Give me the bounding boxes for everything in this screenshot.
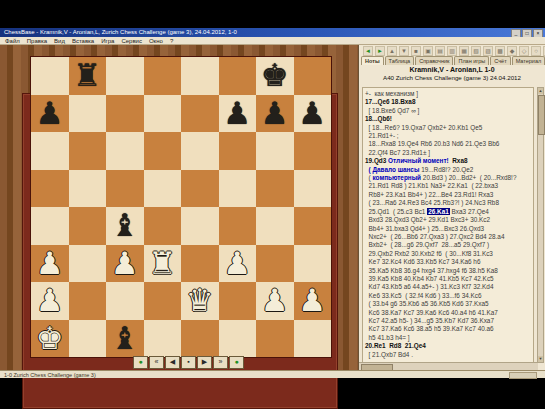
square-g4[interactable] (256, 207, 294, 245)
square-a4[interactable] (31, 207, 69, 245)
move-text[interactable]: Ke7 32.Kc4 Kd6 33.Kb5 Kc7 34.Ka6 h6 (365, 258, 480, 265)
notation-line: 39.Ka5 Kb8 40.Kb4 Kb7 41.Kb5 Kc7 42.Kc5 (365, 275, 531, 283)
square-c4[interactable]: ♝ (106, 207, 144, 245)
square-h8[interactable] (294, 57, 332, 95)
move-text[interactable]: Bxa3 27.Qe4 (450, 208, 489, 215)
square-g8[interactable]: ♚ (256, 57, 294, 95)
annotation-text[interactable]: Отличный момент! (388, 157, 449, 164)
square-g3[interactable] (256, 245, 294, 283)
white-pawn[interactable]: ♟ (294, 282, 332, 320)
move-text[interactable]: 19...Rd8!? 20.Qe2 (421, 166, 473, 173)
notation-line: ( 33.b4 g6 35.Kb6 a5 36.Kb5 Kd6 37.Kxa5 (365, 300, 531, 308)
toolbar-icon-8[interactable]: ▦ (459, 46, 469, 56)
window-title: ChessBase - Kramnik,V - Aronian,L, Zuric… (4, 29, 237, 35)
board-nav-button-1[interactable]: « (149, 356, 164, 369)
move-text[interactable]: Rb8+ 23.Ka1 Bb4+ ) 22...Be4 23.Rd1! Rxa3 (365, 191, 493, 198)
square-c2[interactable] (106, 282, 144, 320)
notation[interactable]: +- как механизм ]17...Qe6 18.Bxa8 [ 18.B… (362, 87, 534, 363)
window-titlebar[interactable]: ChessBase - Kramnik,V - Aronian,L, Zuric… (0, 28, 545, 37)
white-queen[interactable]: ♛ (181, 282, 219, 320)
square-c3[interactable]: ♟ (106, 245, 144, 283)
toolbar-icon-4[interactable]: ■ (411, 46, 421, 56)
square-d5[interactable] (144, 170, 182, 208)
players-result: Kramnik,V - Aronian,L 1-0 (359, 65, 545, 74)
move-text[interactable]: Kd7 43.Kb5 a6 44.a5+- ) 31.Kc3 Kf7 32.Kd… (365, 283, 493, 290)
square-f1[interactable] (219, 320, 257, 358)
square-a2[interactable]: ♟ (31, 282, 69, 320)
square-g1[interactable] (256, 320, 294, 358)
toolbar-icon-14[interactable]: ○ (531, 46, 541, 56)
square-e4[interactable] (181, 207, 219, 245)
toolbar-icon-7[interactable]: ▥ (447, 46, 457, 56)
move-text[interactable]: 20.Re1 Rd8 21.Qe4 (365, 342, 426, 349)
move-text[interactable]: Ke6 33.Kc5 ( 32.f4 Kd6 ) 33...f6 34.Kc6 (365, 292, 482, 299)
menu-item-Файл[interactable]: Файл (5, 37, 20, 44)
toolbar-icon-0[interactable]: ◄ (363, 46, 373, 56)
notation-line: Bxd3 28.Qxd3 Qb2+ 29.Kd1 Bxc3+ 30.Kc2 (365, 216, 531, 224)
tab-Таблица[interactable]: Таблица (385, 56, 415, 65)
notation-line: [ 18...Re6? 19.Qxa7 Qxb2+ 20.Kb1 Qe5 (365, 124, 531, 132)
toolbar-icon-5[interactable]: ▣ (423, 46, 433, 56)
notation-line: Kc7 37.Ka6 Kc6 38.a5 h5 39.Ka7 Kc7 40.a6 (365, 325, 531, 333)
move-text[interactable]: Kc7 37.Ka6 Kc6 38.a5 h5 39.Ka7 Kc7 40.a6 (365, 325, 494, 332)
move-text[interactable]: [ 21.Qxb7 Bd4 . (365, 351, 413, 358)
square-b1[interactable] (69, 320, 107, 358)
move-text[interactable]: ( 33.b4 g6 35.Kb6 a5 36.Kb5 Kd6 37.Kxa5 (365, 300, 489, 307)
square-b8[interactable]: ♜ (69, 57, 107, 95)
tab-Материал[interactable]: Материал (512, 56, 545, 65)
square-a7[interactable]: ♟ (31, 95, 69, 133)
square-f3[interactable]: ♟ (219, 245, 257, 283)
annotation-text[interactable]: ( Давало шансы (365, 166, 421, 173)
menu-item-Вставка[interactable]: Вставка (72, 37, 94, 44)
move-text[interactable]: 21.Rd1+- ; (365, 132, 399, 139)
move-text[interactable]: ( 23...Ra6 24.Re3 Bc4 25.Rb3?! ) 24.Nc3 … (365, 199, 499, 206)
screen: ChessBase - Kramnik,V - Aronian,L, Zuric… (0, 0, 545, 409)
game-header: Kramnik,V - Aronian,L 1-0 A40 Zurich Che… (359, 65, 545, 82)
white-pawn[interactable]: ♟ (106, 245, 144, 283)
notation-line: 22.Qf4 Bc7 23.Rd1± ] (365, 149, 531, 157)
square-a6[interactable] (31, 132, 69, 170)
status-text: 1-0 Zurich Chess Challenge (game 3) (4, 372, 96, 378)
panel-toolbar: ◄►▲▼■▣▤▥▦▧▨▩◆◇○●□+ (363, 46, 545, 56)
toolbar-icon-12[interactable]: ◆ (507, 46, 517, 56)
notation-line: Nxc2+ ( 26...Bb6 27.Qxa3 ) 27.Qxc2 Bd4 2… (365, 233, 531, 241)
square-e2[interactable]: ♛ (181, 282, 219, 320)
square-c6[interactable] (106, 132, 144, 170)
square-h6[interactable] (294, 132, 332, 170)
notation-panel: ◄►▲▼■▣▤▥▦▧▨▩◆◇○●□+ НотыТаблицаСправочник… (358, 45, 545, 370)
notation-line: +- как механизм ] (365, 90, 531, 98)
move-text[interactable]: +- как механизм ] (365, 90, 418, 97)
move-text[interactable]: 25.Qd1 ( 25.c3 Bc1 (365, 208, 427, 215)
square-d7[interactable] (144, 95, 182, 133)
square-b6[interactable] (69, 132, 107, 170)
menu-item-Игра[interactable]: Игра (101, 37, 114, 44)
square-g6[interactable] (256, 132, 294, 170)
vertical-scrollbar[interactable]: ▲ ▼ (537, 87, 544, 363)
board-nav-button-2[interactable]: ◀ (165, 356, 180, 369)
menu-item-Сервис[interactable]: Сервис (121, 37, 142, 44)
notation-line: 19.Qd3 Отличный момент! Rxa8 (365, 157, 531, 165)
selected-move[interactable]: 26.Ka1 (427, 208, 450, 215)
notation-line: 18...Rxa8 19.Qe4 Rb6 20.b3 Nd6 21.Qe3 Bb… (365, 140, 531, 148)
toolbar-icon-13[interactable]: ◇ (519, 46, 529, 56)
square-a1[interactable]: ♚ (31, 320, 69, 358)
square-c7[interactable] (106, 95, 144, 133)
square-d4[interactable] (144, 207, 182, 245)
move-text[interactable]: Nxc2+ ( 26...Bb6 27.Qxa3 ) 27.Qxc2 Bd4 2… (365, 233, 504, 240)
board-nav-button-4[interactable]: ▶ (197, 356, 212, 369)
move-text[interactable]: h5 41.b3 h4= ] (365, 334, 410, 341)
notation-line: 21.Rd1+- ; (365, 132, 531, 140)
menu-item-?[interactable]: ? (170, 37, 173, 44)
square-f4[interactable] (219, 207, 257, 245)
notation-line: [ 21.Qxb7 Bd4 . (365, 351, 531, 359)
notation-line: ( компьютерный 20.Bd3 ) 20...Bd2+ ( 20..… (365, 174, 531, 182)
square-d8[interactable] (144, 57, 182, 95)
square-h1[interactable] (294, 320, 332, 358)
square-c8[interactable] (106, 57, 144, 95)
move-text[interactable]: 18...Rxa8 19.Qe4 Rb6 20.b3 Nd6 21.Qe3 Bb… (365, 140, 499, 147)
square-e8[interactable] (181, 57, 219, 95)
tab-Счёт[interactable]: Счёт (490, 56, 510, 65)
square-b4[interactable] (69, 207, 107, 245)
move-text[interactable]: Kc6 38.Ka7 Kc7 39.Ka6 Kc6 40.a4 h6 41.Ka… (365, 309, 498, 316)
square-h3[interactable] (294, 245, 332, 283)
square-f7[interactable]: ♟ (219, 95, 257, 133)
menu-bar: ФайлПравкаВидВставкаИграСервисОкно? (0, 37, 545, 45)
menu-item-Окно[interactable]: Окно (149, 37, 163, 44)
notation-line: ( Давало шансы 19...Rd8!? 20.Qe2 (365, 166, 531, 174)
notation-line: 25.Qd1 ( 25.c3 Bc1 26.Ka1 Bxa3 27.Qe4 (365, 208, 531, 216)
square-e1[interactable] (181, 320, 219, 358)
square-g5[interactable] (256, 170, 294, 208)
notation-line: ( 23...Ra6 24.Re3 Bc4 25.Rb3?! ) 24.Nc3 … (365, 199, 531, 207)
move-text[interactable]: 20.Bd3 ) 20...Bd2+ ( 20...Rxd8!? (421, 174, 516, 181)
move-text[interactable]: Bb4+ 31.bxa3 Qd4+ ) 25...Bxc3 26.Qxd3 (365, 225, 484, 232)
board-nav-button-5[interactable]: » (213, 356, 228, 369)
notation-line: Bxb2+ ( 28...g6 29.Qxf7 28...a5 29.Qxf7 … (365, 241, 531, 249)
square-b5[interactable] (69, 170, 107, 208)
square-a5[interactable] (31, 170, 69, 208)
board-nav-button-0[interactable]: ● (133, 356, 148, 369)
move-text[interactable]: 19.Qd3 (365, 157, 388, 164)
board-nav-toolbar: ●«◀▪▶»● (133, 356, 244, 369)
square-e6[interactable] (181, 132, 219, 170)
square-g7[interactable]: ♟ (256, 95, 294, 133)
square-h2[interactable]: ♟ (294, 282, 332, 320)
toolbar-icon-10[interactable]: ▨ (483, 46, 493, 56)
menu-item-Вид[interactable]: Вид (54, 37, 65, 44)
notation-line: 17...Qe6 18.Bxa8 (365, 98, 531, 106)
black-king[interactable]: ♚ (256, 57, 294, 95)
menu-item-Правка[interactable]: Правка (27, 37, 47, 44)
square-f6[interactable] (219, 132, 257, 170)
white-pawn[interactable]: ♟ (219, 245, 257, 283)
scrollbar-thumb[interactable] (538, 95, 545, 135)
move-text[interactable]: 22.Qf4 Bc7 23.Rd1± ] (365, 149, 430, 156)
square-b7[interactable] (69, 95, 107, 133)
tab-Справочник[interactable]: Справочник (415, 56, 453, 65)
toolbar-icon-11[interactable]: ▩ (495, 46, 505, 56)
notation-line: 21.Rd1 Rd8 ) 21.Kb1 Na3+ 22.Ka1 ( 22.bxa… (365, 182, 531, 190)
square-e3[interactable] (181, 245, 219, 283)
move-text[interactable]: 21.Rd1 Rd8 ) 21.Kb1 Na3+ 22.Ka1 ( 22.bxa… (365, 182, 498, 189)
square-d3[interactable]: ♜ (144, 245, 182, 283)
tab-Ноты[interactable]: Ноты (361, 56, 384, 65)
toolbar-icon-1[interactable]: ► (375, 46, 385, 56)
white-pawn[interactable]: ♟ (256, 282, 294, 320)
move-text[interactable]: Bxb2+ ( 28...g6 29.Qxf7 28...a5 29.Qxf7 … (365, 241, 489, 248)
notation-line: Kd7 43.Kb5 a6 44.a5+- ) 31.Kc3 Kf7 32.Kd… (365, 283, 531, 291)
event-line: A40 Zurich Chess Challenge (game 3) 24.0… (359, 74, 545, 82)
black-rook[interactable]: ♜ (69, 57, 107, 95)
black-pawn[interactable]: ♟ (294, 95, 332, 133)
notation-line: Kc6 38.Ka7 Kc7 39.Ka6 Kc6 40.a4 h6 41.Ka… (365, 309, 531, 317)
square-a8[interactable] (31, 57, 69, 95)
toolbar-icon-3[interactable]: ▼ (399, 46, 409, 56)
move-text[interactable]: 35.Ka5 Kb8 36.g4 hxg4 37.hxg4 f6 38.h5 K… (365, 267, 498, 274)
white-king[interactable]: ♚ (31, 320, 69, 358)
square-c5[interactable] (106, 170, 144, 208)
move-text[interactable]: Rxa8 (449, 157, 468, 164)
square-e5[interactable] (181, 170, 219, 208)
move-text[interactable]: 18...Qb6! (365, 115, 392, 122)
square-g2[interactable]: ♟ (256, 282, 294, 320)
square-d6[interactable] (144, 132, 182, 170)
scroll-up-icon[interactable]: ▲ (538, 88, 543, 94)
black-pawn[interactable]: ♟ (219, 95, 257, 133)
black-pawn[interactable]: ♟ (256, 95, 294, 133)
toolbar-icon-6[interactable]: ▤ (435, 46, 445, 56)
notation-line: Ke6 33.Kc5 ( 32.f4 Kd6 ) 33...f6 34.Kc6 (365, 292, 531, 300)
white-pawn[interactable]: ♟ (31, 245, 69, 283)
square-f5[interactable] (219, 170, 257, 208)
notation-line: [ 18.Bxe6 Qd7 ∞ ] (365, 107, 531, 115)
black-pawn[interactable]: ♟ (31, 95, 69, 133)
square-f2[interactable] (219, 282, 257, 320)
move-text[interactable]: Bxd3 28.Qxd3 Qb2+ 29.Kd1 Bxc3+ 30.Kc2 (365, 216, 490, 223)
horizontal-scrollbar[interactable] (359, 362, 538, 370)
board: ♜♚♟♟♟♟♝♟♟♜♟♟♛♟♟♚♝ (30, 56, 332, 358)
black-bishop[interactable]: ♝ (106, 320, 144, 358)
white-pawn[interactable]: ♟ (31, 282, 69, 320)
square-h4[interactable] (294, 207, 332, 245)
notation-line: 18...Qb6! (365, 115, 531, 123)
notation-line: h5 41.b3 h4= ] (365, 334, 531, 342)
tab-План игры[interactable]: План игры (454, 56, 489, 65)
white-rook[interactable]: ♜ (144, 245, 182, 283)
board-nav-button-3[interactable]: ▪ (181, 356, 196, 369)
move-text[interactable]: [ 18.Bxe6 Qd7 ∞ ] (365, 107, 419, 114)
notation-line: Kc7 42.a5 h5- ) 34...g5 35.Kb7 Kd7 36.Kx… (365, 317, 531, 325)
move-text[interactable]: 39.Ka5 Kb8 40.Kb4 Kb7 41.Kb5 Kc7 42.Kc5 (365, 275, 494, 282)
status-right-box (509, 372, 537, 379)
toolbar-icon-2[interactable]: ▲ (387, 46, 397, 56)
annotation-text[interactable]: компьютерный (372, 174, 421, 181)
toolbar-icon-9[interactable]: ▧ (471, 46, 481, 56)
black-bishop[interactable]: ♝ (106, 207, 144, 245)
square-e7[interactable] (181, 95, 219, 133)
square-d2[interactable] (144, 282, 182, 320)
notation-line: Ke7 32.Kc4 Kd6 33.Kb5 Kc7 34.Ka6 h6 (365, 258, 531, 266)
square-b3[interactable] (69, 245, 107, 283)
square-b2[interactable] (69, 282, 107, 320)
move-text[interactable]: 17...Qe6 18.Bxa8 (365, 98, 415, 105)
square-a3[interactable]: ♟ (31, 245, 69, 283)
notation-line: 29.Qxb2 Rxb2 30.Kxb2 f6 ( 30...Kf8 31.Kc… (365, 250, 531, 258)
square-d1[interactable] (144, 320, 182, 358)
scroll-down-icon[interactable]: ▼ (538, 356, 543, 362)
board-nav-button-6[interactable]: ● (229, 356, 244, 369)
notation-line: Bb4+ 31.bxa3 Qd4+ ) 25...Bxc3 26.Qxd3 (365, 225, 531, 233)
square-f8[interactable] (219, 57, 257, 95)
notation-line: 20.Re1 Rd8 21.Qe4 (365, 342, 531, 350)
move-text[interactable]: Kc7 42.a5 h5- ) 34...g5 35.Kb7 Kd7 36.Kx… (365, 317, 494, 324)
square-h5[interactable] (294, 170, 332, 208)
status-bar: 1-0 Zurich Chess Challenge (game 3) (0, 370, 545, 378)
square-h7[interactable]: ♟ (294, 95, 332, 133)
panel-tabs: НотыТаблицаСправочникПлан игрыСчётМатери… (361, 56, 545, 65)
notation-line: 35.Ka5 Kb8 36.g4 hxg4 37.hxg4 f6 38.h5 K… (365, 267, 531, 275)
move-text[interactable]: [ 18...Re6? 19.Qxa7 Qxb2+ 20.Kb1 Qe5 (365, 124, 482, 131)
move-text[interactable]: 29.Qxb2 Rxb2 30.Kxb2 f6 ( 30...Kf8 31.Kc… (365, 250, 493, 257)
square-c1[interactable]: ♝ (106, 320, 144, 358)
notation-line: Rb8+ 23.Ka1 Bb4+ ) 22...Be4 23.Rd1! Rxa3 (365, 191, 531, 199)
